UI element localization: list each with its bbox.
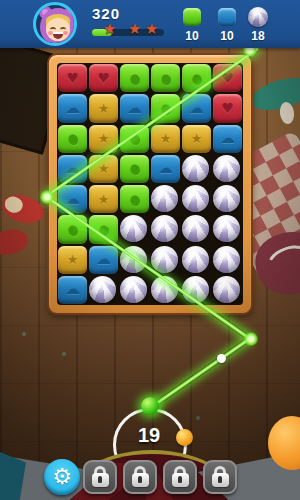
cell-r2c3[interactable]: ☁ bbox=[119, 93, 150, 123]
green-block[interactable]: ● bbox=[120, 155, 149, 183]
cell-r7c1[interactable]: ★ bbox=[57, 245, 88, 275]
block-symbol: ☁ bbox=[65, 101, 80, 116]
beach-ball bbox=[120, 215, 147, 242]
gear-icon: ⚙ bbox=[52, 466, 72, 488]
cell-r2c6[interactable]: ♥ bbox=[212, 93, 243, 123]
yellow-block[interactable]: ★ bbox=[89, 94, 118, 122]
beach-ball bbox=[213, 215, 240, 242]
cell-r3c6[interactable]: ☁ bbox=[212, 124, 243, 154]
cell-r5c4 bbox=[150, 184, 181, 214]
confetti-dot bbox=[196, 416, 200, 420]
block-symbol: ☁ bbox=[65, 192, 80, 207]
booster-slot-2-locked[interactable] bbox=[123, 460, 157, 494]
blue-block[interactable]: ☁ bbox=[213, 125, 242, 153]
block-symbol: ♥ bbox=[97, 71, 110, 85]
cell-r6c4 bbox=[150, 214, 181, 244]
red-block[interactable]: ♥ bbox=[89, 64, 118, 92]
block-symbol: ☁ bbox=[189, 101, 204, 116]
block-symbol: ☁ bbox=[158, 161, 173, 176]
block-symbol: ★ bbox=[98, 102, 110, 115]
block-symbol: ☁ bbox=[220, 131, 235, 146]
cell-r6c6 bbox=[212, 214, 243, 244]
cell-r1c3[interactable]: ● bbox=[119, 63, 150, 93]
goal-count-green: 10 bbox=[182, 29, 202, 43]
balls-left-counter: 19 bbox=[119, 424, 179, 447]
laser-bounce-glow bbox=[244, 332, 258, 346]
block-symbol: ★ bbox=[98, 132, 110, 145]
booster-slot-1-locked[interactable] bbox=[83, 460, 117, 494]
blue-block[interactable]: ☁ bbox=[89, 246, 118, 274]
beach-ball bbox=[182, 246, 209, 273]
cell-r1c4[interactable]: ● bbox=[150, 63, 181, 93]
goal-blue-block-icon bbox=[218, 8, 236, 26]
block-symbol: ♥ bbox=[221, 101, 234, 115]
green-block[interactable]: ● bbox=[120, 64, 149, 92]
red-block[interactable]: ♥ bbox=[213, 94, 242, 122]
cell-r8c6 bbox=[212, 275, 243, 305]
toy-shoe bbox=[0, 226, 30, 257]
red-block[interactable]: ♥ bbox=[58, 64, 87, 92]
blue-block[interactable]: ☁ bbox=[58, 94, 87, 122]
green-block[interactable]: ● bbox=[58, 125, 87, 153]
cell-r4c5 bbox=[181, 154, 212, 184]
gold-ball bbox=[176, 429, 193, 446]
cell-r2c1[interactable]: ☁ bbox=[57, 93, 88, 123]
beach-ball bbox=[182, 155, 209, 182]
laser-bounce-glow bbox=[40, 190, 54, 204]
yellow-block[interactable]: ★ bbox=[89, 185, 118, 213]
trajectory-ball bbox=[217, 354, 226, 363]
star-icon: ★ bbox=[103, 20, 116, 38]
block-symbol: ● bbox=[65, 130, 81, 147]
avatar-blush bbox=[63, 31, 68, 35]
cell-r5c6 bbox=[212, 184, 243, 214]
block-symbol: ● bbox=[65, 221, 81, 238]
cell-r7c2[interactable]: ☁ bbox=[88, 245, 119, 275]
goal-count-ball: 18 bbox=[248, 29, 268, 43]
block-symbol: ♥ bbox=[66, 71, 79, 85]
beach-ball bbox=[213, 185, 240, 212]
block-symbol: ● bbox=[127, 70, 143, 87]
beach-ball bbox=[151, 215, 178, 242]
cell-r1c1[interactable]: ♥ bbox=[57, 63, 88, 93]
block-symbol: ● bbox=[127, 191, 143, 208]
cell-r7c6 bbox=[212, 245, 243, 275]
blue-block[interactable]: ☁ bbox=[120, 94, 149, 122]
booster-slot-3-locked[interactable] bbox=[163, 460, 197, 494]
launcher-ball[interactable] bbox=[141, 397, 159, 415]
board-frame: ♥♥●●●♥☁★☁●☁♥●★●★★☁☁★●☁☁★●●●★☁☁ bbox=[47, 53, 253, 315]
block-symbol: ★ bbox=[98, 162, 110, 175]
green-block[interactable]: ● bbox=[120, 185, 149, 213]
beach-ball bbox=[120, 276, 147, 303]
beach-ball bbox=[89, 276, 116, 303]
beach-ball bbox=[213, 155, 240, 182]
star-icon: ★ bbox=[128, 20, 141, 38]
goal-green-block-icon bbox=[183, 8, 201, 26]
yellow-block[interactable]: ★ bbox=[58, 246, 87, 274]
cell-r4c6 bbox=[212, 154, 243, 184]
cell-r3c5[interactable]: ★ bbox=[181, 124, 212, 154]
beach-ball bbox=[182, 215, 209, 242]
green-block[interactable]: ● bbox=[151, 64, 180, 92]
booster-slot-4-locked[interactable] bbox=[203, 460, 237, 494]
cell-r4c4[interactable]: ☁ bbox=[150, 154, 181, 184]
beach-ball bbox=[151, 185, 178, 212]
beach-ball bbox=[213, 246, 240, 273]
block-symbol: ★ bbox=[67, 253, 79, 266]
goal-count-blue: 10 bbox=[217, 29, 237, 43]
cell-r8c3 bbox=[119, 275, 150, 305]
cell-r5c3[interactable]: ● bbox=[119, 184, 150, 214]
cell-r3c4[interactable]: ★ bbox=[150, 124, 181, 154]
cell-r4c3[interactable]: ● bbox=[119, 154, 150, 184]
cell-r5c5 bbox=[181, 184, 212, 214]
settings-button[interactable]: ⚙ bbox=[44, 459, 80, 495]
block-symbol: ● bbox=[127, 160, 143, 177]
block-symbol: ● bbox=[158, 70, 174, 87]
block-symbol: ☁ bbox=[127, 101, 142, 116]
cell-r1c2[interactable]: ♥ bbox=[88, 63, 119, 93]
beach-ball bbox=[182, 185, 209, 212]
cell-r5c2[interactable]: ★ bbox=[88, 184, 119, 214]
block-symbol: ★ bbox=[160, 132, 172, 145]
game-screen: ♥♥●●●♥☁★☁●☁♥●★●★★☁☁★●☁☁★●●●★☁☁ 19 ⚙ 320 bbox=[0, 0, 300, 500]
cell-r8c1[interactable]: ☁ bbox=[57, 275, 88, 305]
player-avatar bbox=[33, 2, 77, 46]
block-symbol: ★ bbox=[98, 193, 110, 206]
laser-segment-3 bbox=[150, 336, 251, 409]
cell-r3c1[interactable]: ● bbox=[57, 124, 88, 154]
yellow-block[interactable]: ★ bbox=[182, 125, 211, 153]
cell-r2c2[interactable]: ★ bbox=[88, 93, 119, 123]
goal-ball-icon bbox=[248, 7, 268, 27]
beach-ball bbox=[151, 246, 178, 273]
yellow-block[interactable]: ★ bbox=[151, 125, 180, 153]
cell-r6c3 bbox=[119, 214, 150, 244]
cell-r6c5 bbox=[181, 214, 212, 244]
confetti-dot bbox=[62, 352, 66, 356]
star-icon: ★ bbox=[145, 20, 158, 38]
block-symbol: ☁ bbox=[65, 282, 80, 297]
cell-r7c5 bbox=[181, 245, 212, 275]
beach-ball bbox=[213, 276, 240, 303]
confetti-dot bbox=[22, 332, 26, 336]
block-symbol: ☁ bbox=[96, 252, 111, 267]
blue-block[interactable]: ☁ bbox=[58, 276, 87, 304]
cell-r8c2 bbox=[88, 275, 119, 305]
blue-block[interactable]: ☁ bbox=[151, 155, 180, 183]
block-symbol: ★ bbox=[191, 132, 203, 145]
